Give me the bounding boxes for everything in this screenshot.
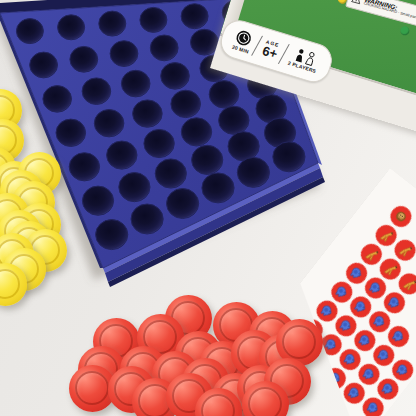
board-hole-r4c0[interactable]	[69, 153, 99, 181]
board-hole-r5c3[interactable]	[192, 145, 223, 174]
board-hole-r6c2[interactable]	[167, 189, 199, 219]
board-hole-r2c0[interactable]	[43, 86, 72, 113]
board-hole-r1c1[interactable]	[70, 46, 98, 72]
players-item: 2 PLAYERS	[287, 45, 321, 74]
board-hole-r5c2[interactable]	[155, 159, 186, 188]
board-hole-r6c5[interactable]	[273, 142, 305, 172]
board-hole-r6c1[interactable]	[131, 204, 163, 234]
board-hole-r0c2[interactable]	[99, 11, 126, 36]
board-hole-r4c2[interactable]	[144, 129, 174, 157]
board-hole-r6c3[interactable]	[202, 173, 234, 203]
board-hole-r4c1[interactable]	[107, 141, 137, 169]
board-hole-r0c1[interactable]	[58, 15, 85, 40]
board-hole-r5c4[interactable]	[228, 132, 259, 161]
board-hole-r1c3[interactable]	[150, 35, 178, 61]
board-hole-r6c4[interactable]	[237, 157, 269, 187]
board-hole-r3c1[interactable]	[94, 110, 124, 137]
board-hole-r2c1[interactable]	[82, 78, 111, 105]
board-hole-r5c0[interactable]	[82, 186, 113, 215]
board-hole-r2c3[interactable]	[161, 63, 190, 90]
board-hole-r4c3[interactable]	[181, 118, 211, 146]
board-hole-r0c3[interactable]	[140, 7, 167, 32]
board-hole-r5c1[interactable]	[119, 173, 150, 202]
board-hole-r4c4[interactable]	[219, 106, 249, 134]
board-hole-r3c3[interactable]	[171, 90, 201, 117]
board-hole-r3c2[interactable]	[133, 100, 163, 127]
table-surface: WARNING: CHOKING HAZARD - Small parts 20…	[0, 0, 416, 416]
board-hole-r0c4[interactable]	[181, 4, 208, 29]
board-hole-r3c0[interactable]	[56, 119, 86, 146]
choking-hazard-icon	[350, 0, 362, 6]
play-time-item: 20 MIN	[231, 27, 254, 54]
board-hole-r1c2[interactable]	[110, 41, 138, 67]
board-hole-r6c0[interactable]	[96, 220, 128, 250]
board-hole-r2c2[interactable]	[121, 70, 150, 97]
age-value: 6+	[261, 43, 279, 60]
board-hole-r1c0[interactable]	[30, 52, 58, 78]
age-item: AGE 6+	[261, 39, 280, 61]
board-hole-r3c4[interactable]	[209, 81, 239, 108]
box-art-disc-dot	[399, 25, 410, 36]
board-hole-r0c0[interactable]	[16, 19, 43, 44]
